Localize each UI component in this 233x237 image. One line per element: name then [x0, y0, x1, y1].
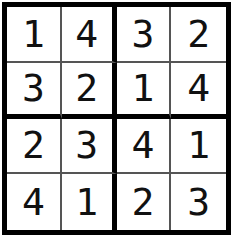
cell-r1c1[interactable]: 1 [7, 7, 62, 63]
cell-r3c3[interactable]: 4 [117, 119, 172, 175]
cell-r4c2[interactable]: 1 [62, 174, 117, 230]
cell-r3c4[interactable]: 1 [171, 119, 226, 175]
cell-r4c4[interactable]: 3 [171, 174, 226, 230]
cell-r3c1[interactable]: 2 [7, 119, 62, 175]
cell-r1c3[interactable]: 3 [117, 7, 172, 63]
cell-r1c4[interactable]: 2 [171, 7, 226, 63]
sudoku-board: 1432321423414123 [2, 2, 231, 235]
cell-r2c1[interactable]: 3 [7, 63, 62, 119]
cell-r2c3[interactable]: 1 [117, 63, 172, 119]
cell-r2c2[interactable]: 2 [62, 63, 117, 119]
cell-r2c4[interactable]: 4 [171, 63, 226, 119]
cell-r4c1[interactable]: 4 [7, 174, 62, 230]
cell-r3c2[interactable]: 3 [62, 119, 117, 175]
cell-r1c2[interactable]: 4 [62, 7, 117, 63]
cell-r4c3[interactable]: 2 [117, 174, 172, 230]
